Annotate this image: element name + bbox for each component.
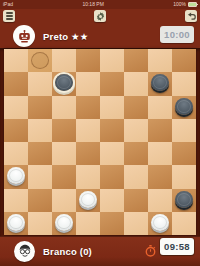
checkers-app: { "game": "checkers", "status_bar": { "l… [0,0,200,266]
square-d2[interactable] [76,189,100,212]
square-h1 [172,212,196,235]
square-c3[interactable] [52,165,76,188]
square-e4 [100,142,124,165]
stopwatch-icon [145,245,156,257]
square-d3 [76,165,100,188]
white-man[interactable] [151,214,169,231]
square-e2 [100,189,124,212]
face-icon [17,243,33,259]
square-b3 [28,165,52,188]
black-man[interactable] [55,74,73,91]
square-f3 [124,165,148,188]
square-d4[interactable] [76,142,100,165]
square-a2 [4,189,28,212]
white-man[interactable] [55,214,73,231]
square-a7[interactable] [4,72,28,95]
black-man[interactable] [175,191,193,208]
square-b7 [28,72,52,95]
undo-arrow-icon [187,12,196,21]
battery-icon [188,2,197,8]
player-row: Branco (0) 09:58 [0,236,200,266]
gear-icon [96,12,105,21]
square-g7[interactable] [148,72,172,95]
square-g4 [148,142,172,165]
square-a3[interactable] [4,165,28,188]
square-a6 [4,96,28,119]
square-h8[interactable] [172,49,196,72]
square-c6 [52,96,76,119]
square-c8 [52,49,76,72]
square-f7 [124,72,148,95]
black-man[interactable] [151,74,169,91]
black-man[interactable] [175,98,193,115]
square-f1 [124,212,148,235]
square-e5[interactable] [100,119,124,142]
square-e3[interactable] [100,165,124,188]
square-a8 [4,49,28,72]
square-b4[interactable] [28,142,52,165]
square-f2[interactable] [124,189,148,212]
square-f8[interactable] [124,49,148,72]
robot-avatar [13,25,35,47]
square-g1[interactable] [148,212,172,235]
undo-button[interactable] [185,10,197,22]
white-man[interactable] [79,191,97,208]
last-move-ghost [31,52,49,69]
checkers-board [4,49,196,235]
square-d8[interactable] [76,49,100,72]
opponent-row: Preto ★★ 10:00 [0,25,200,47]
square-c4 [52,142,76,165]
settings-button[interactable] [94,10,106,22]
square-h3 [172,165,196,188]
human-avatar [14,241,35,262]
square-e8 [100,49,124,72]
square-c5[interactable] [52,119,76,142]
square-b6[interactable] [28,96,52,119]
player-clock: 09:58 [160,238,194,255]
square-d7 [76,72,100,95]
robot-icon [17,29,32,44]
opponent-clock: 10:00 [160,26,194,43]
status-carrier: iPad [3,0,13,9]
square-g5[interactable] [148,119,172,142]
square-b1 [28,212,52,235]
square-g8 [148,49,172,72]
square-f6[interactable] [124,96,148,119]
menu-button[interactable] [3,10,15,22]
square-b5 [28,119,52,142]
square-g3[interactable] [148,165,172,188]
toolbar [0,9,200,26]
square-h7 [172,72,196,95]
square-f4[interactable] [124,142,148,165]
status-bar: iPad 10:18 PM 100% [0,0,200,9]
square-f5 [124,119,148,142]
status-battery: 100% [173,0,197,9]
white-man[interactable] [7,167,25,184]
square-d1 [76,212,100,235]
square-a4 [4,142,28,165]
square-c1[interactable] [52,212,76,235]
square-b8[interactable] [28,49,52,72]
square-h2[interactable] [172,189,196,212]
square-e1[interactable] [100,212,124,235]
square-a1[interactable] [4,212,28,235]
square-d5 [76,119,100,142]
square-d6[interactable] [76,96,100,119]
board-frame [0,48,200,236]
square-e7[interactable] [100,72,124,95]
square-c2 [52,189,76,212]
white-man[interactable] [7,214,25,231]
square-h4[interactable] [172,142,196,165]
status-time: 10:18 PM [82,0,103,9]
square-b2[interactable] [28,189,52,212]
player-name: Branco (0) [43,246,92,257]
square-e6 [100,96,124,119]
square-g6 [148,96,172,119]
square-h6[interactable] [172,96,196,119]
square-h5 [172,119,196,142]
square-c7[interactable] [52,72,76,95]
square-g2 [148,189,172,212]
hamburger-menu-icon [6,12,13,19]
square-a5[interactable] [4,119,28,142]
opponent-name: Preto ★★ [43,31,89,42]
